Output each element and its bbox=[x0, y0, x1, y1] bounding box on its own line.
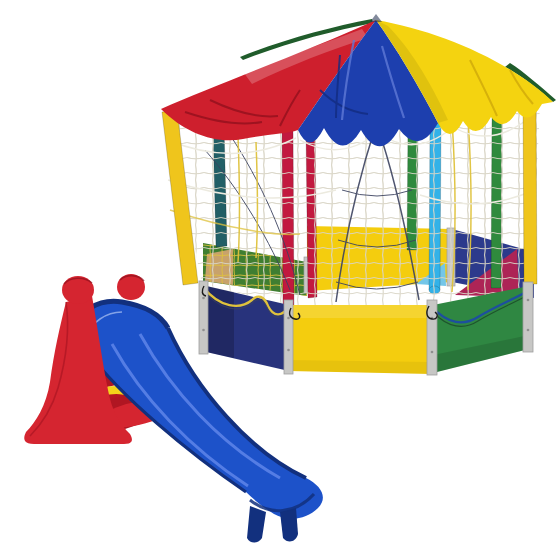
bolt bbox=[287, 349, 290, 352]
bolt bbox=[202, 329, 205, 332]
bolt bbox=[527, 329, 530, 332]
pole-yellow-right bbox=[523, 106, 537, 284]
corner-post bbox=[284, 300, 293, 374]
playset-illustration bbox=[0, 0, 560, 560]
shading bbox=[289, 305, 431, 318]
corner-post bbox=[523, 282, 533, 352]
product-photo bbox=[0, 0, 560, 560]
bolt bbox=[202, 297, 205, 300]
bolt bbox=[431, 351, 434, 354]
corner-post bbox=[427, 300, 437, 375]
bolt bbox=[527, 299, 530, 302]
bolt bbox=[287, 317, 290, 320]
corner-post bbox=[199, 281, 208, 354]
